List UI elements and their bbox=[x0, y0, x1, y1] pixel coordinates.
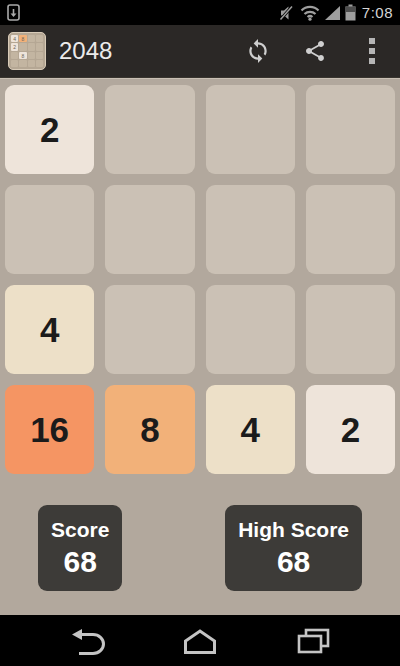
wifi-icon bbox=[300, 5, 320, 21]
app-icon-mini-cell bbox=[36, 35, 43, 42]
battery-icon bbox=[345, 4, 356, 21]
score-value: 68 bbox=[51, 543, 109, 580]
cell-r1c2-empty bbox=[206, 185, 295, 274]
app-icon-mini-cell bbox=[28, 43, 35, 50]
app-icon-mini-cell bbox=[19, 43, 26, 50]
recents-icon bbox=[293, 627, 333, 655]
cell-r2c1-empty bbox=[105, 285, 194, 374]
cell-r0c3-empty bbox=[306, 85, 395, 174]
home-icon bbox=[179, 627, 221, 655]
board[interactable]: 2416842 bbox=[5, 85, 395, 474]
app-icon-mini-cell bbox=[19, 60, 26, 67]
app-icon-mini-cell bbox=[28, 52, 35, 59]
cell-r3c0-tile-16: 16 bbox=[5, 385, 94, 474]
app-icon-mini-cell bbox=[36, 43, 43, 50]
share-icon bbox=[303, 39, 327, 63]
app-icon-mini-cell: 8 bbox=[19, 35, 26, 42]
cell-r2c0-tile-4: 4 bbox=[5, 285, 94, 374]
phone-screen: 7:08 4828 2048 bbox=[0, 0, 400, 666]
game-area: 2416842 Score 68 High Score 68 bbox=[0, 78, 400, 615]
navigation-bar bbox=[0, 615, 400, 666]
cell-r3c3-tile-2: 2 bbox=[306, 385, 395, 474]
high-score-label: High Score bbox=[238, 516, 349, 543]
score-box: Score 68 bbox=[38, 505, 122, 591]
cell-r0c0-tile-2: 2 bbox=[5, 85, 94, 174]
share-button[interactable] bbox=[286, 25, 343, 77]
app-title: 2048 bbox=[59, 37, 112, 65]
download-icon bbox=[7, 4, 20, 21]
cell-r1c3-empty bbox=[306, 185, 395, 274]
cell-r0c1-empty bbox=[105, 85, 194, 174]
app-icon-mini-cell bbox=[28, 60, 35, 67]
status-time: 7:08 bbox=[360, 4, 393, 21]
cell-r2c2-empty bbox=[206, 285, 295, 374]
status-bar: 7:08 bbox=[0, 0, 400, 25]
cell-r2c3-empty bbox=[306, 285, 395, 374]
high-score-box: High Score 68 bbox=[225, 505, 362, 591]
cell-r3c1-tile-8: 8 bbox=[105, 385, 194, 474]
home-button[interactable] bbox=[160, 615, 240, 666]
high-score-value: 68 bbox=[238, 543, 349, 580]
cell-r1c0-empty bbox=[5, 185, 94, 274]
back-icon bbox=[67, 627, 107, 655]
overflow-menu-button[interactable] bbox=[343, 25, 400, 77]
app-icon-mini-cell bbox=[28, 35, 35, 42]
refresh-icon bbox=[245, 38, 271, 64]
app-icon-mini-cell: 2 bbox=[11, 43, 18, 50]
overflow-menu-icon bbox=[368, 37, 376, 65]
back-button[interactable] bbox=[47, 615, 127, 666]
recents-button[interactable] bbox=[273, 615, 353, 666]
score-label: Score bbox=[51, 516, 109, 543]
app-bar: 4828 2048 bbox=[0, 25, 400, 78]
app-logo-icon: 4828 bbox=[8, 32, 46, 70]
app-icon-mini-cell bbox=[36, 52, 43, 59]
app-icon-mini-cell bbox=[11, 52, 18, 59]
app-icon-mini-cell: 8 bbox=[19, 52, 26, 59]
score-panel: Score 68 High Score 68 bbox=[0, 505, 400, 591]
mute-icon bbox=[279, 5, 296, 21]
cell-r3c2-tile-4: 4 bbox=[206, 385, 295, 474]
refresh-button[interactable] bbox=[229, 25, 286, 77]
cell-r1c1-empty bbox=[105, 185, 194, 274]
app-icon-mini-cell bbox=[36, 60, 43, 67]
app-icon-mini-cell: 4 bbox=[11, 35, 18, 42]
app-icon-mini-cell bbox=[11, 60, 18, 67]
cell-r0c2-empty bbox=[206, 85, 295, 174]
signal-icon bbox=[324, 5, 341, 21]
